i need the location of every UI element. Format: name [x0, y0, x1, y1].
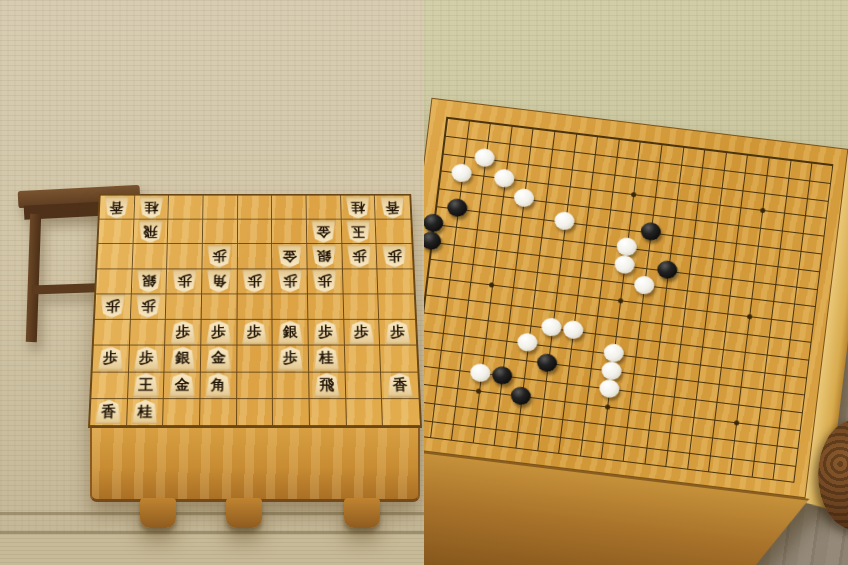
shogi-cell[interactable] [97, 244, 133, 269]
piece-kanji: 銀 [317, 250, 332, 263]
piece-kanji: 歩 [354, 325, 369, 339]
shogi-cell[interactable]: 歩 [379, 320, 416, 346]
shogi-cell[interactable]: 歩 [308, 269, 344, 294]
shogi-cell[interactable] [345, 372, 382, 399]
shogi-board-foot [140, 498, 176, 528]
side-table-leg [26, 214, 41, 342]
shogi-piece-black[interactable]: 歩 [170, 320, 197, 344]
shogi-board: 香桂桂香飛金玉歩金銀歩歩銀歩角歩歩歩歩歩歩歩歩銀歩歩歩歩歩銀金歩桂王金角飛香香桂 [88, 170, 422, 502]
shogi-piece-white[interactable]: 飛 [137, 220, 163, 243]
shogi-cell[interactable] [237, 346, 273, 372]
shogi-cell[interactable]: 歩 [237, 320, 273, 346]
shogi-cell[interactable]: 歩 [273, 269, 308, 294]
piece-kanji: 金 [174, 378, 189, 392]
shogi-cell[interactable] [96, 269, 132, 294]
shogi-cell[interactable]: 金 [164, 372, 201, 399]
shogi-piece-white[interactable]: 歩 [207, 245, 233, 268]
piece-kanji: 歩 [318, 274, 333, 287]
piece-kanji: 歩 [139, 351, 154, 365]
shogi-piece-white[interactable]: 歩 [277, 270, 303, 293]
shogi-cell[interactable]: 銀 [131, 269, 167, 294]
shogi-piece-black[interactable]: 飛 [313, 373, 340, 398]
shogi-cell[interactable] [237, 294, 273, 320]
shogi-piece-white[interactable]: 香 [104, 196, 130, 218]
shogi-cell[interactable]: 香 [100, 196, 135, 220]
shogi-cell[interactable] [238, 196, 273, 220]
shogi-cell[interactable] [200, 399, 237, 426]
shogi-cell[interactable] [343, 269, 379, 294]
piece-kanji: 桂 [144, 201, 158, 214]
shogi-piece-black[interactable]: 金 [205, 346, 232, 370]
shogi-piece-black[interactable]: 歩 [241, 320, 267, 344]
shogi-piece-white[interactable]: 角 [206, 270, 232, 293]
shogi-cell[interactable]: 銀 [273, 320, 309, 346]
shogi-cell[interactable]: 歩 [308, 320, 344, 346]
shogi-piece-white[interactable]: 香 [380, 196, 406, 218]
shogi-cell[interactable] [166, 294, 202, 320]
shogi-cell[interactable]: 歩 [273, 346, 309, 372]
tatami-border [0, 534, 424, 565]
shogi-piece-white[interactable]: 歩 [135, 295, 162, 319]
piece-kanji: 歩 [352, 250, 367, 263]
shogi-piece-white[interactable]: 歩 [381, 245, 408, 268]
shogi-grid: 香桂桂香飛金玉歩金銀歩歩銀歩角歩歩歩歩歩歩歩歩銀歩歩歩歩歩銀金歩桂王金角飛香香桂 [88, 194, 422, 428]
shogi-cell[interactable]: 飛 [133, 220, 168, 244]
piece-kanji: 飛 [143, 225, 158, 238]
shogi-piece-black[interactable]: 金 [168, 373, 195, 398]
shogi-cell[interactable]: 歩 [344, 320, 380, 346]
shogi-cell[interactable] [382, 399, 420, 426]
shogi-cell[interactable] [94, 320, 131, 346]
shogi-piece-black[interactable]: 香 [94, 399, 122, 424]
piece-kanji: 銀 [142, 274, 157, 287]
shogi-cell[interactable]: 歩 [93, 346, 130, 372]
shogi-cell[interactable]: 銀 [307, 244, 342, 269]
go-scene [424, 0, 848, 565]
shogi-piece-white[interactable]: 銀 [136, 270, 163, 293]
shogi-cell[interactable] [272, 220, 307, 244]
shogi-cell[interactable] [238, 220, 273, 244]
shogi-cell[interactable] [203, 220, 238, 244]
go-board-top [424, 98, 848, 499]
shogi-piece-white[interactable]: 玉 [345, 220, 371, 243]
piece-kanji: 香 [385, 201, 400, 214]
piece-kanji: 金 [211, 351, 226, 365]
shogi-piece-black[interactable]: 歩 [313, 320, 340, 344]
shogi-cell[interactable] [167, 244, 202, 269]
shogi-piece-white[interactable]: 桂 [138, 196, 164, 218]
shogi-board-foot [226, 498, 262, 528]
shogi-cell[interactable] [379, 294, 415, 320]
shogi-cell[interactable]: 歩 [201, 320, 237, 346]
piece-kanji: 銀 [175, 351, 190, 365]
shogi-cell[interactable] [237, 244, 272, 269]
piece-kanji: 歩 [141, 300, 156, 314]
shogi-cell[interactable] [237, 399, 274, 426]
shogi-cell[interactable]: 歩 [131, 294, 167, 320]
photo-composite: 香桂桂香飛金玉歩金銀歩歩銀歩角歩歩歩歩歩歩歩歩銀歩歩歩歩歩銀金歩桂王金角飛香香桂 [0, 0, 848, 565]
shogi-cell[interactable] [130, 320, 166, 346]
shogi-piece-black[interactable]: 桂 [313, 346, 340, 370]
shogi-piece-black[interactable]: 銀 [277, 320, 304, 344]
shogi-piece-white[interactable]: 歩 [312, 270, 338, 293]
shogi-cell[interactable]: 歩 [342, 244, 378, 269]
shogi-cell[interactable] [91, 372, 128, 399]
shogi-piece-black[interactable]: 歩 [277, 346, 304, 370]
shogi-cell[interactable]: 銀 [165, 346, 202, 372]
shogi-cell[interactable]: 桂 [309, 346, 345, 372]
shogi-cell[interactable]: 香 [375, 196, 410, 220]
shogi-cell[interactable]: 香 [381, 372, 418, 399]
shogi-cell[interactable] [378, 269, 414, 294]
shogi-cell[interactable] [237, 372, 273, 399]
go-board [424, 98, 848, 565]
piece-kanji: 香 [101, 405, 117, 419]
piece-kanji: 歩 [318, 325, 333, 339]
shogi-cell[interactable] [168, 220, 203, 244]
shogi-cell[interactable] [169, 196, 204, 220]
shogi-cell[interactable] [380, 346, 417, 372]
piece-kanji: 桂 [137, 405, 152, 419]
piece-kanji: 銀 [283, 325, 298, 339]
piece-kanji: 角 [212, 274, 227, 287]
piece-kanji: 歩 [176, 325, 191, 339]
shogi-board-side [90, 428, 420, 502]
shogi-piece-black[interactable]: 香 [386, 373, 414, 398]
shogi-cell[interactable] [98, 220, 134, 244]
shogi-cell[interactable]: 桂 [341, 196, 376, 220]
shogi-cell[interactable]: 歩 [129, 346, 166, 372]
shogi-board-foot [344, 498, 380, 528]
shogi-cell[interactable] [203, 196, 238, 220]
piece-kanji: 玉 [351, 225, 366, 238]
shogi-cell[interactable]: 玉 [341, 220, 376, 244]
shogi-scene: 香桂桂香飛金玉歩金銀歩歩銀歩角歩歩歩歩歩歩歩歩銀歩歩歩歩歩銀金歩桂王金角飛香香桂 [0, 0, 424, 565]
shogi-piece-black[interactable]: 王 [132, 373, 159, 398]
piece-kanji: 歩 [105, 300, 120, 314]
shogi-piece-black[interactable]: 歩 [384, 320, 411, 344]
go-grid-lines [424, 117, 833, 483]
go-grid [424, 99, 848, 500]
shogi-cell[interactable] [273, 399, 310, 426]
piece-kanji: 歩 [390, 325, 405, 339]
shogi-cell[interactable] [272, 196, 307, 220]
shogi-piece-white[interactable]: 金 [277, 245, 303, 268]
piece-kanji: 歩 [103, 351, 118, 365]
shogi-cell[interactable]: 角 [200, 372, 236, 399]
shogi-cell[interactable]: 香 [90, 399, 128, 426]
shogi-piece-white[interactable]: 歩 [99, 295, 126, 319]
piece-kanji: 桂 [351, 201, 365, 214]
shogi-cell[interactable]: 歩 [95, 294, 131, 320]
piece-kanji: 香 [392, 378, 407, 392]
shogi-cell[interactable]: 桂 [127, 399, 164, 426]
shogi-piece-black[interactable]: 銀 [169, 346, 196, 370]
shogi-cell[interactable] [202, 294, 238, 320]
piece-kanji: 桂 [319, 351, 334, 365]
piece-kanji: 歩 [282, 274, 297, 287]
piece-kanji: 金 [282, 250, 296, 263]
shogi-cell[interactable]: 金 [307, 220, 342, 244]
shogi-cell[interactable] [343, 294, 379, 320]
shogi-cell[interactable]: 歩 [202, 244, 237, 269]
shogi-cell[interactable] [308, 294, 344, 320]
piece-kanji: 歩 [177, 274, 192, 287]
shogi-piece-white[interactable]: 歩 [171, 270, 197, 293]
shogi-cell[interactable] [132, 244, 168, 269]
shogi-cell[interactable]: 歩 [237, 269, 272, 294]
shogi-piece-black[interactable]: 歩 [206, 320, 233, 344]
shogi-cell[interactable]: 歩 [165, 320, 201, 346]
shogi-cell[interactable]: 飛 [309, 372, 346, 399]
shogi-cell[interactable] [346, 399, 383, 426]
shogi-cell[interactable]: 王 [128, 372, 165, 399]
piece-kanji: 香 [110, 201, 125, 214]
shogi-cell[interactable] [310, 399, 347, 426]
shogi-piece-black[interactable]: 角 [205, 373, 232, 398]
shogi-cell[interactable] [273, 372, 310, 399]
shogi-cell[interactable]: 角 [202, 269, 237, 294]
shogi-cell[interactable]: 歩 [167, 269, 203, 294]
piece-kanji: 歩 [387, 250, 402, 263]
shogi-cell[interactable]: 桂 [134, 196, 169, 220]
shogi-piece-white[interactable]: 桂 [345, 196, 371, 218]
shogi-piece-black[interactable]: 歩 [97, 346, 124, 370]
piece-kanji: 角 [211, 378, 226, 392]
piece-kanji: 金 [317, 225, 331, 238]
piece-kanji: 歩 [211, 325, 226, 339]
shogi-piece-white[interactable]: 歩 [242, 270, 268, 293]
shogi-cell[interactable]: 金 [272, 244, 307, 269]
piece-kanji: 歩 [212, 250, 226, 263]
shogi-piece-black[interactable]: 桂 [131, 399, 159, 424]
shogi-piece-white[interactable]: 歩 [346, 245, 372, 268]
shogi-cell[interactable] [163, 399, 200, 426]
shogi-piece-white[interactable]: 金 [311, 220, 337, 243]
shogi-piece-white[interactable]: 銀 [311, 245, 337, 268]
shogi-cell[interactable] [273, 294, 309, 320]
shogi-cell[interactable] [376, 220, 412, 244]
shogi-piece-black[interactable]: 歩 [348, 320, 375, 344]
piece-kanji: 王 [138, 378, 153, 392]
piece-kanji: 歩 [283, 351, 298, 365]
shogi-cell[interactable] [345, 346, 382, 372]
piece-kanji: 飛 [319, 378, 334, 392]
shogi-cell[interactable]: 歩 [377, 244, 413, 269]
shogi-cell[interactable] [306, 196, 341, 220]
shogi-cell[interactable]: 金 [201, 346, 237, 372]
piece-kanji: 歩 [247, 325, 262, 339]
piece-kanji: 歩 [247, 274, 261, 287]
shogi-piece-black[interactable]: 歩 [133, 346, 160, 370]
